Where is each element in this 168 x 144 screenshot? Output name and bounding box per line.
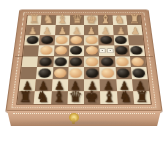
square-c8: ♝ xyxy=(55,16,70,26)
square-d3 xyxy=(68,67,84,79)
square-a7: ♟ xyxy=(25,25,41,35)
square-e8: ♚ xyxy=(84,16,98,26)
square-f2: ♟ xyxy=(100,79,117,91)
drop-shadow xyxy=(10,120,158,126)
square-b6 xyxy=(39,35,55,45)
light-bishop: ♝ xyxy=(100,13,111,25)
natural-checker xyxy=(86,36,98,44)
natural-checker xyxy=(71,36,83,44)
die-icon xyxy=(107,48,114,53)
die-icon xyxy=(99,48,106,53)
square-f8: ♝ xyxy=(98,16,113,26)
dice-pair xyxy=(99,48,114,53)
square-e2: ♟ xyxy=(84,79,100,91)
light-pawn: ♟ xyxy=(102,26,111,36)
dark-pawn: ♟ xyxy=(54,80,65,92)
square-b2: ♟ xyxy=(35,79,52,91)
black-checker xyxy=(70,46,82,54)
light-knight: ♞ xyxy=(114,13,125,25)
dark-pawn: ♟ xyxy=(119,80,130,92)
square-a5 xyxy=(23,45,39,56)
square-h3 xyxy=(131,67,148,79)
black-checker xyxy=(86,68,99,77)
dark-pawn: ♟ xyxy=(103,80,114,92)
natural-checker xyxy=(70,68,83,77)
square-c1: ♝ xyxy=(51,91,68,104)
square-g2: ♟ xyxy=(116,79,133,91)
natural-checker xyxy=(131,57,144,66)
black-checker xyxy=(39,57,52,66)
dark-pawn: ♟ xyxy=(38,80,49,92)
square-h2: ♟ xyxy=(132,79,149,91)
dark-pawn: ♟ xyxy=(136,80,147,92)
black-checker xyxy=(117,68,130,77)
natural-checker xyxy=(54,68,67,77)
dark-rook: ♜ xyxy=(19,89,33,104)
light-pawn: ♟ xyxy=(131,26,140,36)
black-checker xyxy=(101,57,114,66)
square-c7: ♟ xyxy=(55,25,70,35)
square-c5 xyxy=(54,45,70,56)
square-c3 xyxy=(52,67,68,79)
square-g1: ♞ xyxy=(117,91,134,104)
square-e6 xyxy=(84,35,99,45)
square-h7: ♟ xyxy=(127,25,143,35)
square-h1: ♜ xyxy=(133,91,151,104)
board-frame: ♜♞♝♛♚♝♞♜♟♟♟♟♟♟♟♟♟♟♟♟♟♟♟♟♜♞♝♛♚♝♞♜ xyxy=(6,10,161,112)
square-b7: ♟ xyxy=(40,25,55,35)
light-pawn: ♟ xyxy=(87,26,96,36)
square-d8: ♛ xyxy=(70,16,84,26)
light-rook: ♜ xyxy=(129,13,140,25)
square-a3 xyxy=(20,67,37,79)
square-b3 xyxy=(36,67,53,79)
natural-checker xyxy=(56,36,68,44)
natural-checker xyxy=(86,57,98,66)
light-king: ♚ xyxy=(86,13,97,25)
black-checker xyxy=(115,36,127,44)
square-e5 xyxy=(84,45,99,56)
square-d5 xyxy=(69,45,84,56)
square-d7: ♟ xyxy=(69,25,84,35)
square-d6 xyxy=(69,35,84,45)
square-b5 xyxy=(38,45,54,56)
natural-checker xyxy=(55,46,67,54)
square-e1: ♚ xyxy=(84,91,101,104)
dark-knight: ♞ xyxy=(36,89,50,104)
black-checker xyxy=(133,68,146,77)
dark-queen: ♛ xyxy=(69,89,83,104)
dark-pawn: ♟ xyxy=(71,80,82,92)
square-h5 xyxy=(129,45,145,56)
black-checker xyxy=(41,36,53,44)
black-checker xyxy=(26,36,38,44)
square-e3 xyxy=(84,67,100,79)
black-checker xyxy=(130,46,143,54)
dark-bishop: ♝ xyxy=(52,89,66,104)
square-e7: ♟ xyxy=(84,25,99,35)
dark-pawn: ♟ xyxy=(22,80,33,92)
black-checker xyxy=(100,36,112,44)
black-checker xyxy=(38,68,51,77)
square-c2: ♟ xyxy=(51,79,68,91)
board-grid: ♜♞♝♛♚♝♞♜♟♟♟♟♟♟♟♟♟♟♟♟♟♟♟♟♜♞♝♛♚♝♞♜ xyxy=(17,16,150,104)
square-b1: ♞ xyxy=(34,91,51,104)
square-g3 xyxy=(115,67,132,79)
square-b8: ♞ xyxy=(41,16,56,26)
dark-knight: ♞ xyxy=(119,89,133,104)
board-scene: ♜♞♝♛♚♝♞♜♟♟♟♟♟♟♟♟♟♟♟♟♟♟♟♟♜♞♝♛♚♝♞♜ xyxy=(6,10,161,112)
product-photo: ♜♞♝♛♚♝♞♜♟♟♟♟♟♟♟♟♟♟♟♟♟♟♟♟♜♞♝♛♚♝♞♜ xyxy=(0,0,168,144)
black-checker xyxy=(70,57,82,66)
square-g6 xyxy=(113,35,129,45)
square-a1: ♜ xyxy=(17,91,35,104)
dark-rook: ♜ xyxy=(135,89,149,104)
natural-checker xyxy=(101,68,114,77)
square-g7: ♟ xyxy=(113,25,128,35)
dark-pawn: ♟ xyxy=(87,80,98,92)
natural-checker xyxy=(86,46,98,54)
square-c6 xyxy=(54,35,69,45)
dark-bishop: ♝ xyxy=(102,89,116,104)
natural-checker xyxy=(116,57,129,66)
natural-checker xyxy=(40,46,52,54)
square-f6 xyxy=(99,35,114,45)
light-pawn: ♟ xyxy=(58,26,67,36)
light-pawn: ♟ xyxy=(116,26,125,36)
square-a2: ♟ xyxy=(19,79,36,91)
square-g8: ♞ xyxy=(112,16,127,26)
square-f5 xyxy=(99,45,115,56)
square-f1: ♝ xyxy=(100,91,117,104)
square-f3 xyxy=(100,67,116,79)
front-inlay-line xyxy=(13,113,155,114)
light-rook: ♜ xyxy=(28,13,39,25)
dark-king: ♚ xyxy=(85,89,99,104)
light-pawn: ♟ xyxy=(72,26,81,36)
square-d1: ♛ xyxy=(67,91,84,104)
light-pawn: ♟ xyxy=(43,26,52,36)
black-checker xyxy=(116,46,128,54)
light-queen: ♛ xyxy=(71,13,82,25)
light-pawn: ♟ xyxy=(29,26,38,36)
square-h6 xyxy=(128,35,144,45)
square-h8: ♜ xyxy=(126,16,141,26)
light-knight: ♞ xyxy=(43,13,54,25)
black-checker xyxy=(55,57,68,66)
square-f7: ♟ xyxy=(98,25,113,35)
square-a8: ♜ xyxy=(27,16,42,26)
light-bishop: ♝ xyxy=(57,13,68,25)
square-g5 xyxy=(114,45,130,56)
square-d2: ♟ xyxy=(68,79,84,91)
square-a6 xyxy=(24,35,40,45)
